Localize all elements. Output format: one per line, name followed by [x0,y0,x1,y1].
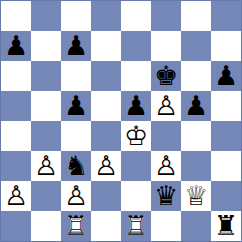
square-g3[interactable] [181,151,211,181]
square-b3[interactable]: ♟♙ [31,151,61,181]
piece-glyph: ♟ [61,31,91,61]
piece-glyph: ♜ [121,211,151,241]
square-h8[interactable] [211,1,241,31]
square-h1[interactable]: ♜ [211,211,241,241]
piece-glyph: ♟ [91,151,121,181]
square-a2[interactable]: ♟♙ [1,181,31,211]
square-c3[interactable]: ♞ [61,151,91,181]
white-king[interactable]: ♚♔ [121,121,151,151]
square-f5[interactable]: ♟♙ [151,91,181,121]
square-g1[interactable] [181,211,211,241]
square-a6[interactable] [1,61,31,91]
square-g7[interactable] [181,31,211,61]
piece-glyph: ♟ [151,91,181,121]
square-e4[interactable]: ♚♔ [121,121,151,151]
piece-glyph: ♚ [121,121,151,151]
piece-outline-glyph: ♕ [181,181,211,211]
square-c6[interactable] [61,61,91,91]
square-b1[interactable] [31,211,61,241]
piece-glyph: ♟ [31,151,61,181]
square-e7[interactable] [121,31,151,61]
white-pawn[interactable]: ♟♙ [1,181,31,211]
chess-board-frame: ♟♟♚♟♟♟♟♙♟♚♔♟♙♞♟♙♟♙♟♙♟♙♛♛♕♜♖♜♖♜ [0,0,242,242]
square-c2[interactable]: ♟♙ [61,181,91,211]
square-e8[interactable] [121,1,151,31]
black-king[interactable]: ♚ [151,61,181,91]
piece-glyph: ♟ [1,31,31,61]
square-f7[interactable] [151,31,181,61]
square-f2[interactable]: ♛ [151,181,181,211]
white-pawn[interactable]: ♟♙ [61,181,91,211]
square-b6[interactable] [31,61,61,91]
square-c8[interactable] [61,1,91,31]
square-a1[interactable] [1,211,31,241]
square-e3[interactable] [121,151,151,181]
black-pawn[interactable]: ♟ [181,91,211,121]
square-b4[interactable] [31,121,61,151]
piece-outline-glyph: ♙ [31,151,61,181]
white-rook[interactable]: ♜♖ [121,211,151,241]
square-f4[interactable] [151,121,181,151]
square-h6[interactable]: ♟ [211,61,241,91]
piece-glyph: ♟ [181,91,211,121]
square-d5[interactable] [91,91,121,121]
square-d4[interactable] [91,121,121,151]
black-rook[interactable]: ♜ [211,211,241,241]
piece-glyph: ♜ [211,211,241,241]
square-h7[interactable] [211,31,241,61]
piece-glyph: ♞ [61,151,91,181]
square-f8[interactable] [151,1,181,31]
piece-glyph: ♟ [211,61,241,91]
square-g6[interactable] [181,61,211,91]
square-a7[interactable]: ♟ [1,31,31,61]
square-d7[interactable] [91,31,121,61]
piece-outline-glyph: ♖ [121,211,151,241]
square-d1[interactable] [91,211,121,241]
piece-outline-glyph: ♙ [151,91,181,121]
square-h5[interactable] [211,91,241,121]
piece-outline-glyph: ♙ [1,181,31,211]
square-g8[interactable] [181,1,211,31]
square-b8[interactable] [31,1,61,31]
piece-glyph: ♛ [181,181,211,211]
black-knight[interactable]: ♞ [61,151,91,181]
square-a8[interactable] [1,1,31,31]
white-pawn[interactable]: ♟♙ [91,151,121,181]
square-a4[interactable] [1,121,31,151]
piece-glyph: ♟ [151,151,181,181]
chess-board: ♟♟♚♟♟♟♟♙♟♚♔♟♙♞♟♙♟♙♟♙♟♙♛♛♕♜♖♜♖♜ [1,1,241,241]
square-b2[interactable] [31,181,61,211]
square-c4[interactable] [61,121,91,151]
square-d6[interactable] [91,61,121,91]
square-f6[interactable]: ♚ [151,61,181,91]
square-a5[interactable] [1,91,31,121]
square-f3[interactable]: ♟♙ [151,151,181,181]
black-pawn[interactable]: ♟ [61,31,91,61]
white-rook[interactable]: ♜♖ [61,211,91,241]
white-pawn[interactable]: ♟♙ [31,151,61,181]
square-e2[interactable] [121,181,151,211]
piece-glyph: ♟ [1,181,31,211]
white-queen[interactable]: ♛♕ [181,181,211,211]
square-h3[interactable] [211,151,241,181]
black-pawn[interactable]: ♟ [121,91,151,121]
square-b5[interactable] [31,91,61,121]
black-pawn[interactable]: ♟ [61,91,91,121]
square-h2[interactable] [211,181,241,211]
square-a3[interactable] [1,151,31,181]
square-c7[interactable]: ♟ [61,31,91,61]
piece-glyph: ♚ [151,61,181,91]
square-e5[interactable]: ♟ [121,91,151,121]
white-pawn[interactable]: ♟♙ [151,151,181,181]
square-e1[interactable]: ♜♖ [121,211,151,241]
square-d2[interactable] [91,181,121,211]
square-g4[interactable] [181,121,211,151]
square-c5[interactable]: ♟ [61,91,91,121]
piece-glyph: ♜ [61,211,91,241]
square-f1[interactable] [151,211,181,241]
square-d3[interactable]: ♟♙ [91,151,121,181]
piece-glyph: ♛ [151,181,181,211]
black-queen[interactable]: ♛ [151,181,181,211]
piece-glyph: ♟ [61,91,91,121]
square-e6[interactable] [121,61,151,91]
white-pawn[interactable]: ♟♙ [151,91,181,121]
piece-outline-glyph: ♖ [61,211,91,241]
piece-outline-glyph: ♙ [61,181,91,211]
square-g2[interactable]: ♛♕ [181,181,211,211]
square-d8[interactable] [91,1,121,31]
square-h4[interactable] [211,121,241,151]
square-g5[interactable]: ♟ [181,91,211,121]
square-b7[interactable] [31,31,61,61]
piece-outline-glyph: ♔ [121,121,151,151]
piece-outline-glyph: ♙ [151,151,181,181]
piece-glyph: ♟ [121,91,151,121]
black-pawn[interactable]: ♟ [211,61,241,91]
black-pawn[interactable]: ♟ [1,31,31,61]
piece-glyph: ♟ [61,181,91,211]
square-c1[interactable]: ♜♖ [61,211,91,241]
piece-outline-glyph: ♙ [91,151,121,181]
